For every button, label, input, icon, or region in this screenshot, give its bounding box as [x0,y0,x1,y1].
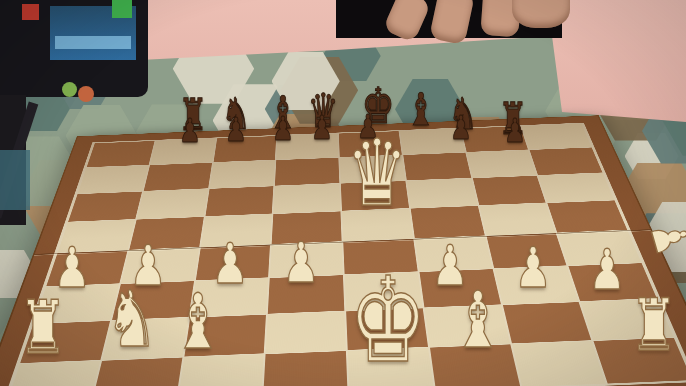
piece-white-pawn-g2[interactable]: ♟ [514,240,551,296]
piece-white-bishop-f1[interactable]: ♝ [452,281,504,359]
piece-black-pawn-a7[interactable]: ♟ [179,114,201,147]
piece-white-king-e1[interactable]: ♚ [349,261,427,379]
piece-black-bishop-f8[interactable]: ♝ [406,87,436,132]
piece-white-knight-b1[interactable]: ♞ [106,280,158,358]
video-frame: ♜♞♝♛♚♝♞♜♟♟♟♟♟♟♟♛♟♟♟♟♟♟♟♜♞♝♚♝♜ ♟ [0,0,686,386]
piece-black-pawn-g7[interactable]: ♟ [450,111,472,144]
piece-white-pawn-h2[interactable]: ♟ [588,242,625,298]
piece-black-pawn-h7[interactable]: ♟ [504,114,526,147]
piece-black-pawn-b7[interactable]: ♟ [225,113,247,146]
piece-black-pawn-c7[interactable]: ♟ [272,112,294,145]
piece-white-rook-a1[interactable]: ♜ [18,290,67,364]
piece-white-bishop-c1[interactable]: ♝ [173,284,223,360]
piece-white-rook-h1[interactable]: ♜ [630,289,678,361]
piece-white-pawn-d2[interactable]: ♟ [282,235,319,291]
piece-white-queen-e3[interactable]: ♛ [346,128,407,220]
pieces-layer: ♜♞♝♛♚♝♞♜♟♟♟♟♟♟♟♛♟♟♟♟♟♟♟♜♞♝♚♝♜ [0,0,686,386]
piece-black-pawn-d7[interactable]: ♟ [311,111,333,144]
